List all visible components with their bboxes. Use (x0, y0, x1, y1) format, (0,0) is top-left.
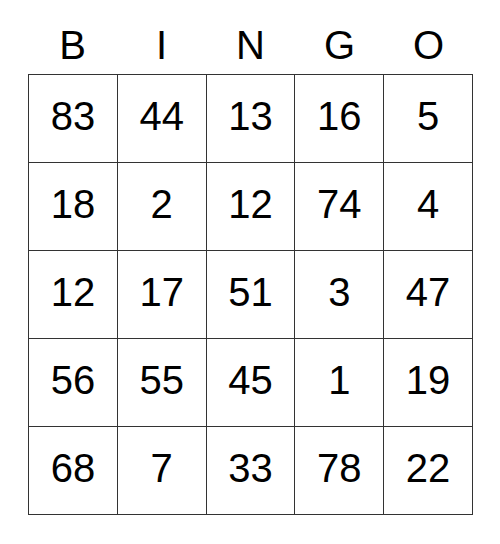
bingo-cell-r4c2[interactable]: 55 (118, 339, 206, 426)
bingo-cell-r4c1[interactable]: 56 (29, 339, 117, 426)
bingo-cell-r5c4[interactable]: 78 (295, 427, 383, 514)
header-letter-b: B (28, 25, 117, 74)
bingo-cell-r5c2[interactable]: 7 (118, 427, 206, 514)
header-letter-o: O (384, 25, 473, 74)
header-letter-i: I (117, 25, 206, 74)
header-letter-n: N (206, 25, 295, 74)
bingo-cell-r2c3[interactable]: 12 (207, 163, 295, 250)
bingo-cell-r1c5[interactable]: 5 (384, 75, 472, 162)
header-letter-g: G (295, 25, 384, 74)
bingo-cell-r3c4[interactable]: 3 (295, 251, 383, 338)
bingo-cell-r2c1[interactable]: 18 (29, 163, 117, 250)
bingo-cell-r2c2[interactable]: 2 (118, 163, 206, 250)
bingo-cell-r3c5[interactable]: 47 (384, 251, 472, 338)
bingo-cell-r3c1[interactable]: 12 (29, 251, 117, 338)
bingo-cell-r1c4[interactable]: 16 (295, 75, 383, 162)
bingo-card: B I N G O 83 44 13 16 5 18 2 12 74 4 12 … (28, 0, 473, 515)
bingo-cell-r1c1[interactable]: 83 (29, 75, 117, 162)
bingo-cell-r1c2[interactable]: 44 (118, 75, 206, 162)
bingo-cell-r4c5[interactable]: 19 (384, 339, 472, 426)
bingo-cell-r4c4[interactable]: 1 (295, 339, 383, 426)
bingo-cell-r4c3[interactable]: 45 (207, 339, 295, 426)
bingo-cell-r3c3[interactable]: 51 (207, 251, 295, 338)
bingo-cell-r1c3[interactable]: 13 (207, 75, 295, 162)
bingo-grid: 83 44 13 16 5 18 2 12 74 4 12 17 51 3 47… (28, 74, 473, 515)
bingo-cell-r5c3[interactable]: 33 (207, 427, 295, 514)
bingo-cell-r5c5[interactable]: 22 (384, 427, 472, 514)
bingo-cell-r2c5[interactable]: 4 (384, 163, 472, 250)
bingo-header: B I N G O (28, 0, 473, 74)
bingo-cell-r3c2[interactable]: 17 (118, 251, 206, 338)
bingo-cell-r5c1[interactable]: 68 (29, 427, 117, 514)
bingo-cell-r2c4[interactable]: 74 (295, 163, 383, 250)
